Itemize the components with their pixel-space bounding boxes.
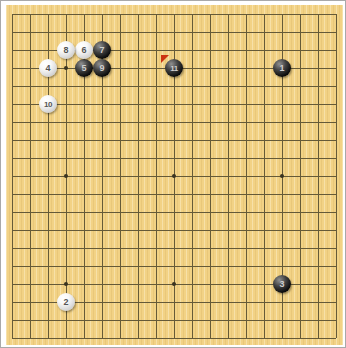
- go-board[interactable]: 1234567891011: [6, 5, 343, 345]
- stone-white-10-C14: 10: [39, 95, 57, 113]
- stone-white-8-D17: 8: [57, 41, 75, 59]
- stone-white-6-E17: 6: [75, 41, 93, 59]
- star-point: [64, 174, 68, 178]
- stone-black-9-F16: 9: [93, 59, 111, 77]
- stone-black-7-F17: 7: [93, 41, 111, 59]
- star-point: [64, 282, 68, 286]
- star-point: [64, 66, 68, 70]
- stone-black-11-K16: 11: [165, 59, 183, 77]
- stone-black-1-Q16: 1: [273, 59, 291, 77]
- star-point: [172, 174, 176, 178]
- star-point: [280, 174, 284, 178]
- stone-white-2-D3: 2: [57, 293, 75, 311]
- board-grid: [6, 5, 343, 345]
- stone-black-5-E16: 5: [75, 59, 93, 77]
- go-diagram-window: 1234567891011: [0, 0, 346, 348]
- star-point: [172, 282, 176, 286]
- stone-black-3-Q4: 3: [273, 275, 291, 293]
- stone-white-4-C16: 4: [39, 59, 57, 77]
